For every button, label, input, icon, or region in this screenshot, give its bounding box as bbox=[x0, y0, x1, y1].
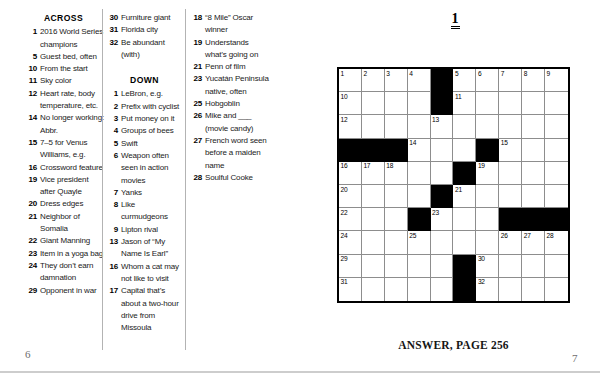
grid-cell[interactable]: 12 bbox=[339, 115, 362, 138]
clue-text: Lipton rival bbox=[121, 224, 183, 236]
grid-cell[interactable] bbox=[499, 92, 522, 115]
clue-text: Capital that’s about a two-hour drive fr… bbox=[121, 285, 183, 334]
grid-cell[interactable] bbox=[522, 115, 545, 138]
clue-number: 22 bbox=[23, 235, 40, 247]
grid-cell[interactable] bbox=[408, 278, 431, 301]
grid-cell[interactable] bbox=[545, 185, 568, 208]
clue-text: Weapon often seen in action movies bbox=[121, 150, 183, 187]
grid-cell[interactable] bbox=[431, 162, 454, 185]
cell-number: 25 bbox=[409, 232, 416, 240]
cell-number: 21 bbox=[455, 186, 462, 194]
clue-column-1: ACROSS 12016 World Series champions5Gues… bbox=[23, 12, 104, 297]
clue-text: Yucatán Peninsula native, often bbox=[205, 73, 271, 98]
clue-text: Giant Manning bbox=[40, 235, 104, 247]
clue-down-13: 13Jason of “My Name Is Earl” bbox=[106, 236, 183, 261]
grid-cell[interactable]: 2 bbox=[362, 69, 385, 92]
grid-cell[interactable]: 14 bbox=[408, 139, 431, 162]
clue-text: Sky color bbox=[40, 75, 104, 87]
cell-number: 28 bbox=[547, 232, 554, 240]
cell-number: 4 bbox=[409, 70, 412, 78]
cell-number: 8 bbox=[524, 70, 527, 78]
grid-cell[interactable] bbox=[385, 278, 408, 301]
grid-cell[interactable] bbox=[385, 208, 408, 231]
grid-cell[interactable] bbox=[362, 231, 385, 254]
clue-number: 14 bbox=[23, 112, 40, 137]
answer-page-note: ANSWER, PAGE 256 bbox=[337, 339, 570, 351]
clue-text: French word seen before a maiden name bbox=[205, 135, 271, 172]
grid-cell[interactable]: 11 bbox=[453, 92, 476, 115]
clue-number: 2 bbox=[106, 101, 121, 113]
grid-cell[interactable]: 10 bbox=[339, 92, 362, 115]
clue-number: 10 bbox=[23, 63, 40, 75]
clue-number: 17 bbox=[106, 285, 121, 334]
cell-number: 16 bbox=[341, 162, 348, 170]
clue-number: 20 bbox=[23, 198, 40, 210]
across-clues-1-29: 12016 World Series champions5Guest bed, … bbox=[23, 26, 104, 297]
clue-number: 32 bbox=[106, 37, 121, 62]
cell-number: 27 bbox=[524, 232, 531, 240]
grid-cell[interactable]: 23 bbox=[431, 208, 454, 231]
clue-text: Put money on it bbox=[121, 113, 183, 125]
grid-cell[interactable] bbox=[362, 208, 385, 231]
clue-text: “8 Mile” Oscar winner bbox=[205, 12, 271, 37]
clue-text: Prefix with cyclist bbox=[121, 101, 183, 113]
cell-number: 29 bbox=[341, 255, 348, 263]
clue-text: Florida city bbox=[121, 24, 183, 36]
clue-down-27: 27French word seen before a maiden name bbox=[188, 135, 271, 172]
clue-down-5: 5Swift bbox=[106, 138, 183, 150]
clue-number: 23 bbox=[188, 73, 205, 98]
grid-cell-black bbox=[453, 278, 476, 301]
clue-number: 31 bbox=[106, 24, 121, 36]
clue-across-11: 11Sky color bbox=[23, 75, 104, 87]
grid-cell-black bbox=[545, 208, 568, 231]
clue-number: 5 bbox=[106, 138, 121, 150]
grid-cell[interactable] bbox=[522, 92, 545, 115]
clue-number: 23 bbox=[23, 248, 40, 260]
cell-number: 5 bbox=[455, 70, 458, 78]
column-divider bbox=[102, 9, 103, 350]
clue-text: Item in a yoga bag bbox=[40, 248, 104, 260]
clue-text: 7–5 for Venus Williams, e.g. bbox=[40, 137, 104, 162]
clue-across-29: 29Opponent in war bbox=[23, 285, 104, 297]
grid-cell-black bbox=[522, 208, 545, 231]
grid-cell[interactable] bbox=[362, 278, 385, 301]
clue-text: Vice president after Quayle bbox=[40, 174, 104, 199]
clue-text: Penn of film bbox=[205, 61, 271, 73]
clue-number: 9 bbox=[106, 224, 121, 236]
grid-cell[interactable]: 29 bbox=[339, 255, 362, 278]
clue-number: 21 bbox=[23, 211, 40, 236]
clue-down-26: 26Mike and ___ (movie candy) bbox=[188, 110, 271, 135]
grid-cell[interactable]: 20 bbox=[339, 185, 362, 208]
clue-down-8: 8Like curmudgeons bbox=[106, 199, 183, 224]
cell-number: 3 bbox=[386, 70, 389, 78]
grid-cell[interactable] bbox=[476, 231, 499, 254]
clue-text: Whom a cat may not like to visit bbox=[121, 261, 183, 286]
grid-cell[interactable] bbox=[385, 255, 408, 278]
clue-down-1: 1LeBron, e.g. bbox=[106, 88, 183, 100]
clue-across-30: 30Furniture giant bbox=[106, 12, 183, 24]
clue-down-4: 4Groups of bees bbox=[106, 125, 183, 137]
cell-number: 15 bbox=[501, 139, 508, 147]
grid-cell[interactable]: 18 bbox=[385, 162, 408, 185]
grid-cell[interactable] bbox=[385, 92, 408, 115]
clue-number: 1 bbox=[106, 88, 121, 100]
clue-down-23: 23Yucatán Peninsula native, often bbox=[188, 73, 271, 98]
clue-number: 26 bbox=[188, 110, 205, 135]
clue-number: 19 bbox=[188, 37, 205, 62]
clue-number: 18 bbox=[188, 12, 205, 37]
grid-cell[interactable] bbox=[545, 255, 568, 278]
clue-number: 6 bbox=[106, 150, 121, 187]
grid-cell[interactable] bbox=[408, 162, 431, 185]
grid-cell-black bbox=[431, 185, 454, 208]
grid-cell[interactable] bbox=[431, 278, 454, 301]
clue-text: Guest bed, often bbox=[40, 51, 104, 63]
clue-number: 21 bbox=[188, 61, 205, 73]
clue-text: Mike and ___ (movie candy) bbox=[205, 110, 271, 135]
grid-cell[interactable] bbox=[499, 162, 522, 185]
across-clues-30-32: 30Furniture giant31Florida city32Be abun… bbox=[106, 12, 183, 61]
clue-number: 30 bbox=[106, 12, 121, 24]
clue-text: Groups of bees bbox=[121, 125, 183, 137]
cell-number: 19 bbox=[478, 162, 485, 170]
grid-cell[interactable] bbox=[522, 278, 545, 301]
clue-number: 29 bbox=[23, 285, 40, 297]
grid-cell[interactable]: 28 bbox=[545, 231, 568, 254]
grid-cell[interactable] bbox=[453, 208, 476, 231]
grid-cell-black bbox=[476, 139, 499, 162]
clue-across-5: 5Guest bed, often bbox=[23, 51, 104, 63]
grid-cell[interactable] bbox=[408, 185, 431, 208]
clue-down-2: 2Prefix with cyclist bbox=[106, 101, 183, 113]
clue-number: 12 bbox=[23, 88, 40, 113]
cell-number: 24 bbox=[341, 232, 348, 240]
grid-cell[interactable] bbox=[408, 92, 431, 115]
cell-number: 6 bbox=[478, 70, 481, 78]
clue-across-12: 12Heart rate, body temperature, etc. bbox=[23, 88, 104, 113]
clue-text: Heart rate, body temperature, etc. bbox=[40, 88, 104, 113]
clue-number: 24 bbox=[23, 260, 40, 285]
grid-cell-black bbox=[362, 139, 385, 162]
cell-number: 17 bbox=[363, 162, 370, 170]
grid-cell[interactable] bbox=[545, 162, 568, 185]
grid-cell[interactable]: 6 bbox=[476, 69, 499, 92]
clue-text: Furniture giant bbox=[121, 12, 183, 24]
cell-number: 13 bbox=[432, 116, 439, 124]
cell-number: 22 bbox=[341, 209, 348, 217]
cell-number: 26 bbox=[501, 232, 508, 240]
clue-number: 15 bbox=[23, 137, 40, 162]
grid-cell-black bbox=[431, 69, 454, 92]
grid-cell-black bbox=[431, 92, 454, 115]
clue-text: Swift bbox=[121, 138, 183, 150]
grid-cell[interactable] bbox=[522, 185, 545, 208]
clue-down-18: 18“8 Mile” Oscar winner bbox=[188, 12, 271, 37]
clue-across-15: 157–5 for Venus Williams, e.g. bbox=[23, 137, 104, 162]
cell-number: 7 bbox=[501, 70, 504, 78]
grid-cell[interactable] bbox=[385, 231, 408, 254]
grid-cell[interactable]: 21 bbox=[453, 185, 476, 208]
page-bottom-edge bbox=[0, 371, 600, 373]
grid-cell[interactable]: 16 bbox=[339, 162, 362, 185]
clue-across-32: 32Be abundant (with) bbox=[106, 37, 183, 62]
clue-across-10: 10From the start bbox=[23, 63, 104, 75]
clue-across-14: 14No longer working: Abbr. bbox=[23, 112, 104, 137]
clue-down-9: 9Lipton rival bbox=[106, 224, 183, 236]
cell-number: 1 bbox=[341, 70, 344, 78]
grid-cell[interactable] bbox=[476, 208, 499, 231]
grid-cell[interactable]: 9 bbox=[545, 69, 568, 92]
grid-cell[interactable]: 24 bbox=[339, 231, 362, 254]
grid-cell[interactable] bbox=[385, 185, 408, 208]
grid-cell[interactable] bbox=[499, 278, 522, 301]
grid-cell[interactable]: 25 bbox=[408, 231, 431, 254]
clue-text: Be abundant (with) bbox=[121, 37, 183, 62]
grid-cell[interactable] bbox=[476, 115, 499, 138]
grid-cell[interactable]: 13 bbox=[431, 115, 454, 138]
grid-cell[interactable] bbox=[453, 139, 476, 162]
across-header: ACROSS bbox=[23, 12, 104, 24]
grid-cell[interactable] bbox=[545, 278, 568, 301]
clue-across-31: 31Florida city bbox=[106, 24, 183, 36]
down-header: DOWN bbox=[106, 74, 183, 86]
clue-down-3: 3Put money on it bbox=[106, 113, 183, 125]
puzzle-number: 1 bbox=[443, 11, 467, 29]
grid-cell[interactable]: 1 bbox=[339, 69, 362, 92]
clue-text: Opponent in war bbox=[40, 285, 104, 297]
clue-across-19: 19Vice president after Quayle bbox=[23, 174, 104, 199]
grid-cell[interactable] bbox=[431, 255, 454, 278]
clue-down-21: 21Penn of film bbox=[188, 61, 271, 73]
clue-column-2: 30Furniture giant31Florida city32Be abun… bbox=[106, 12, 183, 334]
grid-cell[interactable]: 3 bbox=[385, 69, 408, 92]
cell-number: 9 bbox=[547, 70, 550, 78]
clue-number: 28 bbox=[188, 172, 205, 184]
clue-text: Neighbor of Somalia bbox=[40, 211, 104, 236]
clue-down-19: 19Understands what’s going on bbox=[188, 37, 271, 62]
grid-cell[interactable]: 17 bbox=[362, 162, 385, 185]
clue-down-17: 17Capital that’s about a two-hour drive … bbox=[106, 285, 183, 334]
clue-text: Crossword feature bbox=[40, 162, 104, 174]
grid-cell-black bbox=[339, 139, 362, 162]
clue-text: Yanks bbox=[121, 187, 183, 199]
clue-text: 2016 World Series champions bbox=[40, 26, 104, 51]
clue-number: 1 bbox=[23, 26, 40, 51]
grid-cell[interactable] bbox=[476, 92, 499, 115]
clue-across-22: 22Giant Manning bbox=[23, 235, 104, 247]
clue-text: No longer working: Abbr. bbox=[40, 112, 104, 137]
clue-text: Hobgoblin bbox=[205, 98, 271, 110]
clue-text: Dress edges bbox=[40, 198, 104, 210]
clue-number: 16 bbox=[23, 162, 40, 174]
clue-text: Soulful Cooke bbox=[205, 172, 271, 184]
clue-number: 16 bbox=[106, 261, 121, 286]
crossword-grid[interactable]: 1234567891011121314151617181920212223242… bbox=[337, 67, 570, 303]
clue-down-16: 16Whom a cat may not like to visit bbox=[106, 261, 183, 286]
cell-number: 11 bbox=[455, 93, 461, 101]
clue-column-3: 18“8 Mile” Oscar winner19Understands wha… bbox=[188, 12, 271, 184]
grid-cell[interactable] bbox=[453, 231, 476, 254]
grid-cell[interactable]: 31 bbox=[339, 278, 362, 301]
down-clues-1-17: 1LeBron, e.g.2Prefix with cyclist3Put mo… bbox=[106, 88, 183, 334]
grid-cell[interactable]: 32 bbox=[476, 278, 499, 301]
grid-cell[interactable] bbox=[408, 115, 431, 138]
page-number-right: 7 bbox=[572, 352, 578, 364]
grid-cell[interactable] bbox=[385, 115, 408, 138]
grid-cell[interactable]: 22 bbox=[339, 208, 362, 231]
clue-text: Understands what’s going on bbox=[205, 37, 271, 62]
cell-number: 18 bbox=[386, 162, 393, 170]
clue-number: 11 bbox=[23, 75, 40, 87]
cell-number: 30 bbox=[478, 255, 485, 263]
cell-number: 23 bbox=[432, 209, 439, 217]
grid-cell[interactable] bbox=[499, 115, 522, 138]
clue-number: 7 bbox=[106, 187, 121, 199]
grid-cell[interactable] bbox=[545, 92, 568, 115]
clue-down-6: 6Weapon often seen in action movies bbox=[106, 150, 183, 187]
clue-number: 8 bbox=[106, 199, 121, 224]
clue-down-28: 28Soulful Cooke bbox=[188, 172, 271, 184]
grid-cell[interactable] bbox=[522, 162, 545, 185]
clue-across-21: 21Neighbor of Somalia bbox=[23, 211, 104, 236]
grid-cell[interactable] bbox=[453, 115, 476, 138]
grid-cell-black bbox=[453, 255, 476, 278]
grid-cell-black bbox=[499, 208, 522, 231]
grid-cell[interactable]: 30 bbox=[476, 255, 499, 278]
clue-down-25: 25Hobgoblin bbox=[188, 98, 271, 110]
grid-cell[interactable] bbox=[499, 185, 522, 208]
grid-cell[interactable] bbox=[522, 255, 545, 278]
cell-number: 2 bbox=[363, 70, 366, 78]
clue-across-23: 23Item in a yoga bag bbox=[23, 248, 104, 260]
clue-number: 27 bbox=[188, 135, 205, 172]
clue-number: 3 bbox=[106, 113, 121, 125]
clue-text: They don’t earn damnation bbox=[40, 260, 104, 285]
grid-cell[interactable]: 27 bbox=[522, 231, 545, 254]
grid-cell[interactable] bbox=[362, 255, 385, 278]
clue-across-1: 12016 World Series champions bbox=[23, 26, 104, 51]
grid-cell-black bbox=[453, 162, 476, 185]
down-clues-18-28: 18“8 Mile” Oscar winner19Understands wha… bbox=[188, 12, 271, 184]
grid-cell[interactable] bbox=[522, 139, 545, 162]
grid-cell[interactable] bbox=[408, 255, 431, 278]
cell-number: 20 bbox=[341, 186, 348, 194]
clue-text: Jason of “My Name Is Earl” bbox=[121, 236, 183, 261]
grid-cell[interactable] bbox=[362, 92, 385, 115]
clue-across-20: 20Dress edges bbox=[23, 198, 104, 210]
grid-cell[interactable]: 4 bbox=[408, 69, 431, 92]
grid-cell[interactable]: 26 bbox=[499, 231, 522, 254]
clue-number: 13 bbox=[106, 236, 121, 261]
grid-cell[interactable]: 15 bbox=[499, 139, 522, 162]
clue-number: 19 bbox=[23, 174, 40, 199]
clue-across-16: 16Crossword feature bbox=[23, 162, 104, 174]
clue-text: From the start bbox=[40, 63, 104, 75]
clue-text: LeBron, e.g. bbox=[121, 88, 183, 100]
cell-number: 32 bbox=[478, 278, 485, 286]
grid-cell[interactable] bbox=[431, 139, 454, 162]
grid-cell[interactable]: 5 bbox=[453, 69, 476, 92]
clue-number: 25 bbox=[188, 98, 205, 110]
grid-cell[interactable] bbox=[362, 185, 385, 208]
clue-down-7: 7Yanks bbox=[106, 187, 183, 199]
grid-cell[interactable] bbox=[476, 185, 499, 208]
clue-text: Like curmudgeons bbox=[121, 199, 183, 224]
grid-cell[interactable] bbox=[545, 139, 568, 162]
grid-cell[interactable]: 7 bbox=[499, 69, 522, 92]
clue-number: 5 bbox=[23, 51, 40, 63]
grid-cell[interactable]: 8 bbox=[522, 69, 545, 92]
page-number-left: 6 bbox=[25, 348, 31, 360]
clue-across-24: 24They don’t earn damnation bbox=[23, 260, 104, 285]
grid-cell[interactable] bbox=[499, 255, 522, 278]
grid-cell[interactable] bbox=[545, 115, 568, 138]
cell-number: 14 bbox=[409, 139, 416, 147]
clue-number: 4 bbox=[106, 125, 121, 137]
grid-cell-black bbox=[408, 208, 431, 231]
column-divider bbox=[185, 9, 186, 350]
cell-number: 12 bbox=[341, 116, 348, 124]
cell-number: 31 bbox=[341, 278, 348, 286]
cell-number: 10 bbox=[341, 93, 348, 101]
grid-cell[interactable] bbox=[362, 115, 385, 138]
grid-cell[interactable] bbox=[431, 231, 454, 254]
grid-cell-black bbox=[385, 139, 408, 162]
grid-cell[interactable]: 19 bbox=[476, 162, 499, 185]
